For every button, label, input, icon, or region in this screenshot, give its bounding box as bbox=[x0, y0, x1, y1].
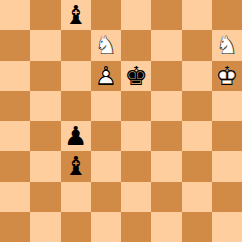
square-a3[interactable] bbox=[0, 151, 30, 181]
square-d5[interactable] bbox=[91, 91, 121, 121]
square-b1[interactable] bbox=[30, 212, 60, 242]
square-f3[interactable] bbox=[151, 151, 181, 181]
square-d1[interactable] bbox=[91, 212, 121, 242]
square-g2[interactable] bbox=[182, 182, 212, 212]
square-e7[interactable] bbox=[121, 30, 151, 60]
square-d4[interactable] bbox=[91, 121, 121, 151]
square-g1[interactable] bbox=[182, 212, 212, 242]
square-e5[interactable] bbox=[121, 91, 151, 121]
square-d2[interactable] bbox=[91, 182, 121, 212]
square-h5[interactable] bbox=[212, 91, 242, 121]
square-e4[interactable] bbox=[121, 121, 151, 151]
square-f6[interactable] bbox=[151, 61, 181, 91]
square-c6[interactable] bbox=[61, 61, 91, 91]
piece-outline: ♔ bbox=[212, 61, 242, 91]
piece-outline: ♙ bbox=[91, 61, 121, 91]
square-b6[interactable] bbox=[30, 61, 60, 91]
square-a1[interactable] bbox=[0, 212, 30, 242]
piece-glyph: ♝ bbox=[61, 0, 91, 30]
square-g7[interactable] bbox=[182, 30, 212, 60]
square-c4[interactable]: ♟ bbox=[61, 121, 91, 151]
piece-glyph: ♚ bbox=[121, 61, 151, 91]
square-a6[interactable] bbox=[0, 61, 30, 91]
black-pawn-piece[interactable]: ♟ bbox=[61, 121, 91, 151]
square-d6[interactable]: ♟♙ bbox=[91, 61, 121, 91]
square-c7[interactable] bbox=[61, 30, 91, 60]
white-pawn-piece[interactable]: ♟♙ bbox=[91, 61, 121, 91]
square-f2[interactable] bbox=[151, 182, 181, 212]
square-g3[interactable] bbox=[182, 151, 212, 181]
square-f5[interactable] bbox=[151, 91, 181, 121]
square-h6[interactable]: ♚♔ bbox=[212, 61, 242, 91]
square-h1[interactable] bbox=[212, 212, 242, 242]
square-h2[interactable] bbox=[212, 182, 242, 212]
square-f4[interactable] bbox=[151, 121, 181, 151]
white-knight-piece[interactable]: ♞♘ bbox=[212, 30, 242, 60]
square-a8[interactable] bbox=[0, 0, 30, 30]
square-g5[interactable] bbox=[182, 91, 212, 121]
square-a5[interactable] bbox=[0, 91, 30, 121]
piece-outline: ♘ bbox=[212, 30, 242, 60]
square-g8[interactable] bbox=[182, 0, 212, 30]
square-e1[interactable] bbox=[121, 212, 151, 242]
square-d7[interactable]: ♞♘ bbox=[91, 30, 121, 60]
piece-glyph: ♝ bbox=[61, 151, 91, 181]
square-h8[interactable] bbox=[212, 0, 242, 30]
square-d3[interactable] bbox=[91, 151, 121, 181]
black-bishop-piece[interactable]: ♝ bbox=[61, 151, 91, 181]
piece-glyph: ♟ bbox=[61, 121, 91, 151]
chess-board: ♝♞♘♞♘♟♙♚♚♔♟♝ bbox=[0, 0, 242, 242]
square-b3[interactable] bbox=[30, 151, 60, 181]
white-knight-piece[interactable]: ♞♘ bbox=[91, 30, 121, 60]
square-a7[interactable] bbox=[0, 30, 30, 60]
square-g4[interactable] bbox=[182, 121, 212, 151]
square-b2[interactable] bbox=[30, 182, 60, 212]
square-f8[interactable] bbox=[151, 0, 181, 30]
square-a2[interactable] bbox=[0, 182, 30, 212]
square-b5[interactable] bbox=[30, 91, 60, 121]
white-king-piece[interactable]: ♚♔ bbox=[212, 61, 242, 91]
square-e2[interactable] bbox=[121, 182, 151, 212]
square-h4[interactable] bbox=[212, 121, 242, 151]
square-b4[interactable] bbox=[30, 121, 60, 151]
square-g6[interactable] bbox=[182, 61, 212, 91]
piece-outline: ♘ bbox=[91, 30, 121, 60]
square-e3[interactable] bbox=[121, 151, 151, 181]
square-a4[interactable] bbox=[0, 121, 30, 151]
square-c2[interactable] bbox=[61, 182, 91, 212]
square-c5[interactable] bbox=[61, 91, 91, 121]
black-king-piece[interactable]: ♚ bbox=[121, 61, 151, 91]
square-b8[interactable] bbox=[30, 0, 60, 30]
square-e6[interactable]: ♚ bbox=[121, 61, 151, 91]
square-c1[interactable] bbox=[61, 212, 91, 242]
square-h3[interactable] bbox=[212, 151, 242, 181]
square-e8[interactable] bbox=[121, 0, 151, 30]
square-f7[interactable] bbox=[151, 30, 181, 60]
black-bishop-piece[interactable]: ♝ bbox=[61, 0, 91, 30]
square-c8[interactable]: ♝ bbox=[61, 0, 91, 30]
square-c3[interactable]: ♝ bbox=[61, 151, 91, 181]
square-h7[interactable]: ♞♘ bbox=[212, 30, 242, 60]
square-b7[interactable] bbox=[30, 30, 60, 60]
square-f1[interactable] bbox=[151, 212, 181, 242]
square-d8[interactable] bbox=[91, 0, 121, 30]
